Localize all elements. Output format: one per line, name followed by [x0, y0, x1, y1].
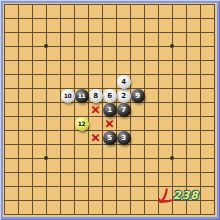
forbidden-x-mark: ✕	[89, 103, 103, 117]
stone-12-white: 12	[75, 117, 89, 131]
stone-move-number: 9	[135, 89, 139, 103]
stone-move-number: 3	[121, 131, 125, 145]
stone-move-number: 10	[64, 89, 71, 103]
stone-10-white: 10	[61, 89, 75, 103]
stone-5-black: 5	[103, 131, 117, 145]
star-point	[170, 156, 174, 160]
logo-swoosh-icon	[158, 188, 174, 204]
stone-7-black: 7	[117, 103, 131, 117]
stone-move-number: 11	[78, 89, 85, 103]
stone-move-number: 5	[107, 131, 111, 145]
stone-8-white: 8	[89, 89, 103, 103]
watermark-logo: 238	[158, 187, 216, 205]
stone-4-white: 4	[117, 75, 131, 89]
stone-2-white: 2	[117, 89, 131, 103]
stone-move-number: 2	[121, 89, 125, 103]
forbidden-x-mark: ✕	[89, 131, 103, 145]
stone-9-black: 9	[131, 89, 145, 103]
stone-move-number: 6	[107, 89, 111, 103]
stone-11-black: 11	[75, 89, 89, 103]
stone-move-number: 7	[121, 103, 125, 117]
stone-6-white: 6	[103, 89, 117, 103]
stone-move-number: 12	[78, 117, 85, 131]
star-point	[170, 44, 174, 48]
stone-move-number: 1	[107, 103, 111, 117]
star-point	[44, 156, 48, 160]
board[interactable]: 238 ✕✕✕123456789101112	[3, 3, 217, 217]
stone-1-black: 1	[103, 103, 117, 117]
stone-3-black: 3	[117, 131, 131, 145]
star-point	[44, 44, 48, 48]
logo-text: 238	[173, 189, 199, 202]
stone-move-number: 4	[121, 75, 125, 89]
gomoku-app-window: 238 ✕✕✕123456789101112	[0, 0, 220, 220]
stone-move-number: 8	[93, 89, 97, 103]
forbidden-x-mark: ✕	[103, 117, 117, 131]
